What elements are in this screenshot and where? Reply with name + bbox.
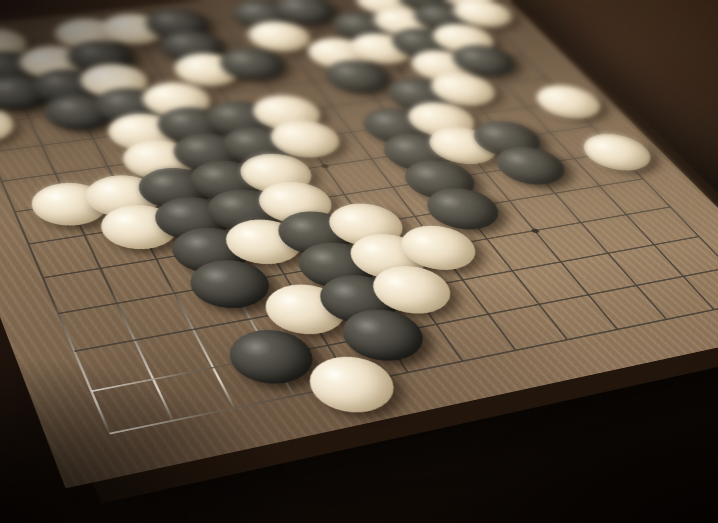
go-board-photo — [0, 0, 718, 523]
white-stone — [572, 130, 663, 174]
perspective-scene — [0, 0, 718, 523]
grid-line — [109, 299, 718, 434]
go-board — [0, 0, 718, 488]
camera-tilt — [0, 0, 718, 523]
white-stone — [525, 82, 612, 122]
